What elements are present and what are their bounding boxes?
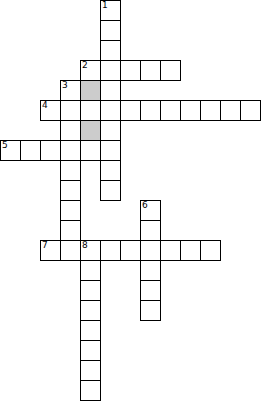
letter-cell[interactable]: [80, 280, 101, 301]
clue-number: 3: [62, 81, 68, 90]
letter-cell[interactable]: [100, 100, 121, 121]
letter-cell[interactable]: [80, 300, 101, 321]
letter-cell[interactable]: 5: [0, 140, 21, 161]
clue-number: 1: [102, 1, 108, 10]
clue-number: 5: [2, 141, 8, 150]
letter-cell[interactable]: [200, 240, 221, 261]
letter-cell[interactable]: [60, 120, 81, 141]
letter-cell[interactable]: 1: [100, 0, 121, 21]
letter-cell[interactable]: 2: [80, 60, 101, 81]
letter-cell[interactable]: [160, 100, 181, 121]
letter-cell[interactable]: [100, 120, 121, 141]
letter-cell[interactable]: 7: [40, 240, 61, 261]
letter-cell[interactable]: [140, 60, 161, 81]
letter-cell[interactable]: [80, 260, 101, 281]
letter-cell[interactable]: [120, 240, 141, 261]
letter-cell[interactable]: [180, 100, 201, 121]
letter-cell[interactable]: [80, 380, 101, 401]
letter-cell[interactable]: [120, 60, 141, 81]
letter-cell[interactable]: [80, 320, 101, 341]
letter-cell[interactable]: [140, 220, 161, 241]
letter-cell[interactable]: [80, 360, 101, 381]
letter-cell[interactable]: [160, 240, 181, 261]
letter-cell[interactable]: 3: [60, 80, 81, 101]
letter-cell[interactable]: [60, 220, 81, 241]
letter-cell[interactable]: [80, 100, 101, 121]
letter-cell[interactable]: 8: [80, 240, 101, 261]
letter-cell[interactable]: [140, 300, 161, 321]
letter-cell[interactable]: [40, 140, 61, 161]
letter-cell[interactable]: [60, 180, 81, 201]
letter-cell[interactable]: [100, 20, 121, 41]
letter-cell[interactable]: [120, 100, 141, 121]
clue-number: 2: [82, 61, 88, 70]
letter-cell[interactable]: [100, 80, 121, 101]
letter-cell[interactable]: [100, 240, 121, 261]
letter-cell[interactable]: [100, 160, 121, 181]
letter-cell[interactable]: [100, 180, 121, 201]
letter-cell[interactable]: 6: [140, 200, 161, 221]
letter-cell[interactable]: [80, 340, 101, 361]
shaded-cell: [80, 80, 101, 101]
letter-cell[interactable]: [60, 240, 81, 261]
crossword-board: 12345678: [0, 0, 261, 401]
clue-number: 4: [42, 101, 48, 110]
letter-cell[interactable]: [140, 280, 161, 301]
clue-number: 8: [82, 241, 88, 250]
letter-cell[interactable]: [60, 100, 81, 121]
letter-cell[interactable]: [100, 140, 121, 161]
letter-cell[interactable]: [140, 100, 161, 121]
letter-cell[interactable]: [140, 260, 161, 281]
letter-cell[interactable]: [140, 240, 161, 261]
letter-cell[interactable]: [160, 60, 181, 81]
clue-number: 7: [42, 241, 48, 250]
letter-cell[interactable]: [220, 100, 241, 121]
shaded-cell: [80, 120, 101, 141]
letter-cell[interactable]: [60, 160, 81, 181]
letter-cell[interactable]: [240, 100, 261, 121]
letter-cell[interactable]: [200, 100, 221, 121]
letter-cell[interactable]: [80, 140, 101, 161]
letter-cell[interactable]: [60, 140, 81, 161]
letter-cell[interactable]: [180, 240, 201, 261]
clue-number: 6: [142, 201, 148, 210]
letter-cell[interactable]: [100, 60, 121, 81]
letter-cell[interactable]: 4: [40, 100, 61, 121]
letter-cell[interactable]: [20, 140, 41, 161]
letter-cell[interactable]: [60, 200, 81, 221]
letter-cell[interactable]: [100, 40, 121, 61]
